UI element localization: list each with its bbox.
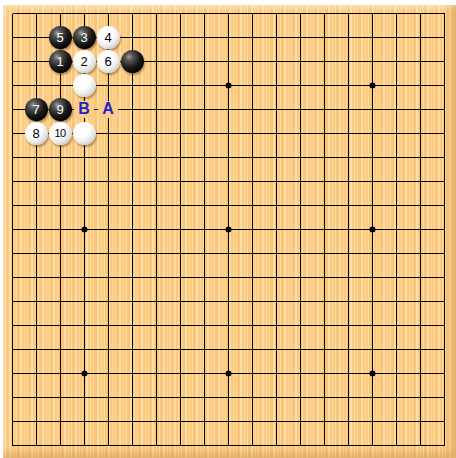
stone-black-1[interactable]: 1 (49, 50, 72, 73)
marker-letter: B (78, 101, 90, 117)
stone-number: 5 (56, 31, 63, 44)
stone-white-8[interactable]: 8 (25, 122, 48, 145)
board-grid (3, 5, 456, 458)
stone-number: 1 (56, 55, 63, 68)
stone-number: 8 (32, 127, 39, 140)
stone-white-4[interactable]: 4 (97, 26, 120, 49)
stone-black-unnumbered[interactable] (121, 50, 144, 73)
star-point (82, 227, 88, 233)
go-board-diagram: BA53412679810 (0, 0, 456, 458)
star-point (226, 371, 232, 377)
stone-white-6[interactable]: 6 (97, 50, 120, 73)
stone-number: 3 (80, 31, 87, 44)
star-point (226, 227, 232, 233)
marker-letter: A (102, 101, 114, 117)
star-point (370, 371, 376, 377)
stone-number: 4 (104, 31, 111, 44)
stone-white-10[interactable]: 10 (49, 122, 72, 145)
go-board[interactable]: BA53412679810 (3, 5, 456, 458)
star-point (226, 83, 232, 89)
star-point (370, 227, 376, 233)
stone-black-7[interactable]: 7 (25, 98, 48, 121)
marker-A[interactable]: A (98, 101, 118, 118)
star-point (82, 371, 88, 377)
marker-B[interactable]: B (74, 101, 94, 118)
stone-white-unnumbered[interactable] (73, 74, 96, 97)
stone-white-unnumbered[interactable] (73, 122, 96, 145)
stone-black-9[interactable]: 9 (49, 98, 72, 121)
star-point (370, 83, 376, 89)
stone-number: 7 (32, 103, 39, 116)
stone-number: 10 (54, 128, 65, 139)
stone-black-5[interactable]: 5 (49, 26, 72, 49)
stone-black-3[interactable]: 3 (73, 26, 96, 49)
stone-white-2[interactable]: 2 (73, 50, 96, 73)
stone-number: 6 (104, 55, 111, 68)
stone-number: 9 (56, 103, 63, 116)
stone-number: 2 (80, 55, 87, 68)
